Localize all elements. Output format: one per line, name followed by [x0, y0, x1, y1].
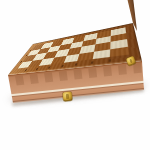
- clasp-notch: [129, 58, 133, 63]
- photo-scene: [0, 0, 150, 150]
- clasp-notch: [66, 94, 69, 100]
- front-brass-clasp: [63, 92, 73, 102]
